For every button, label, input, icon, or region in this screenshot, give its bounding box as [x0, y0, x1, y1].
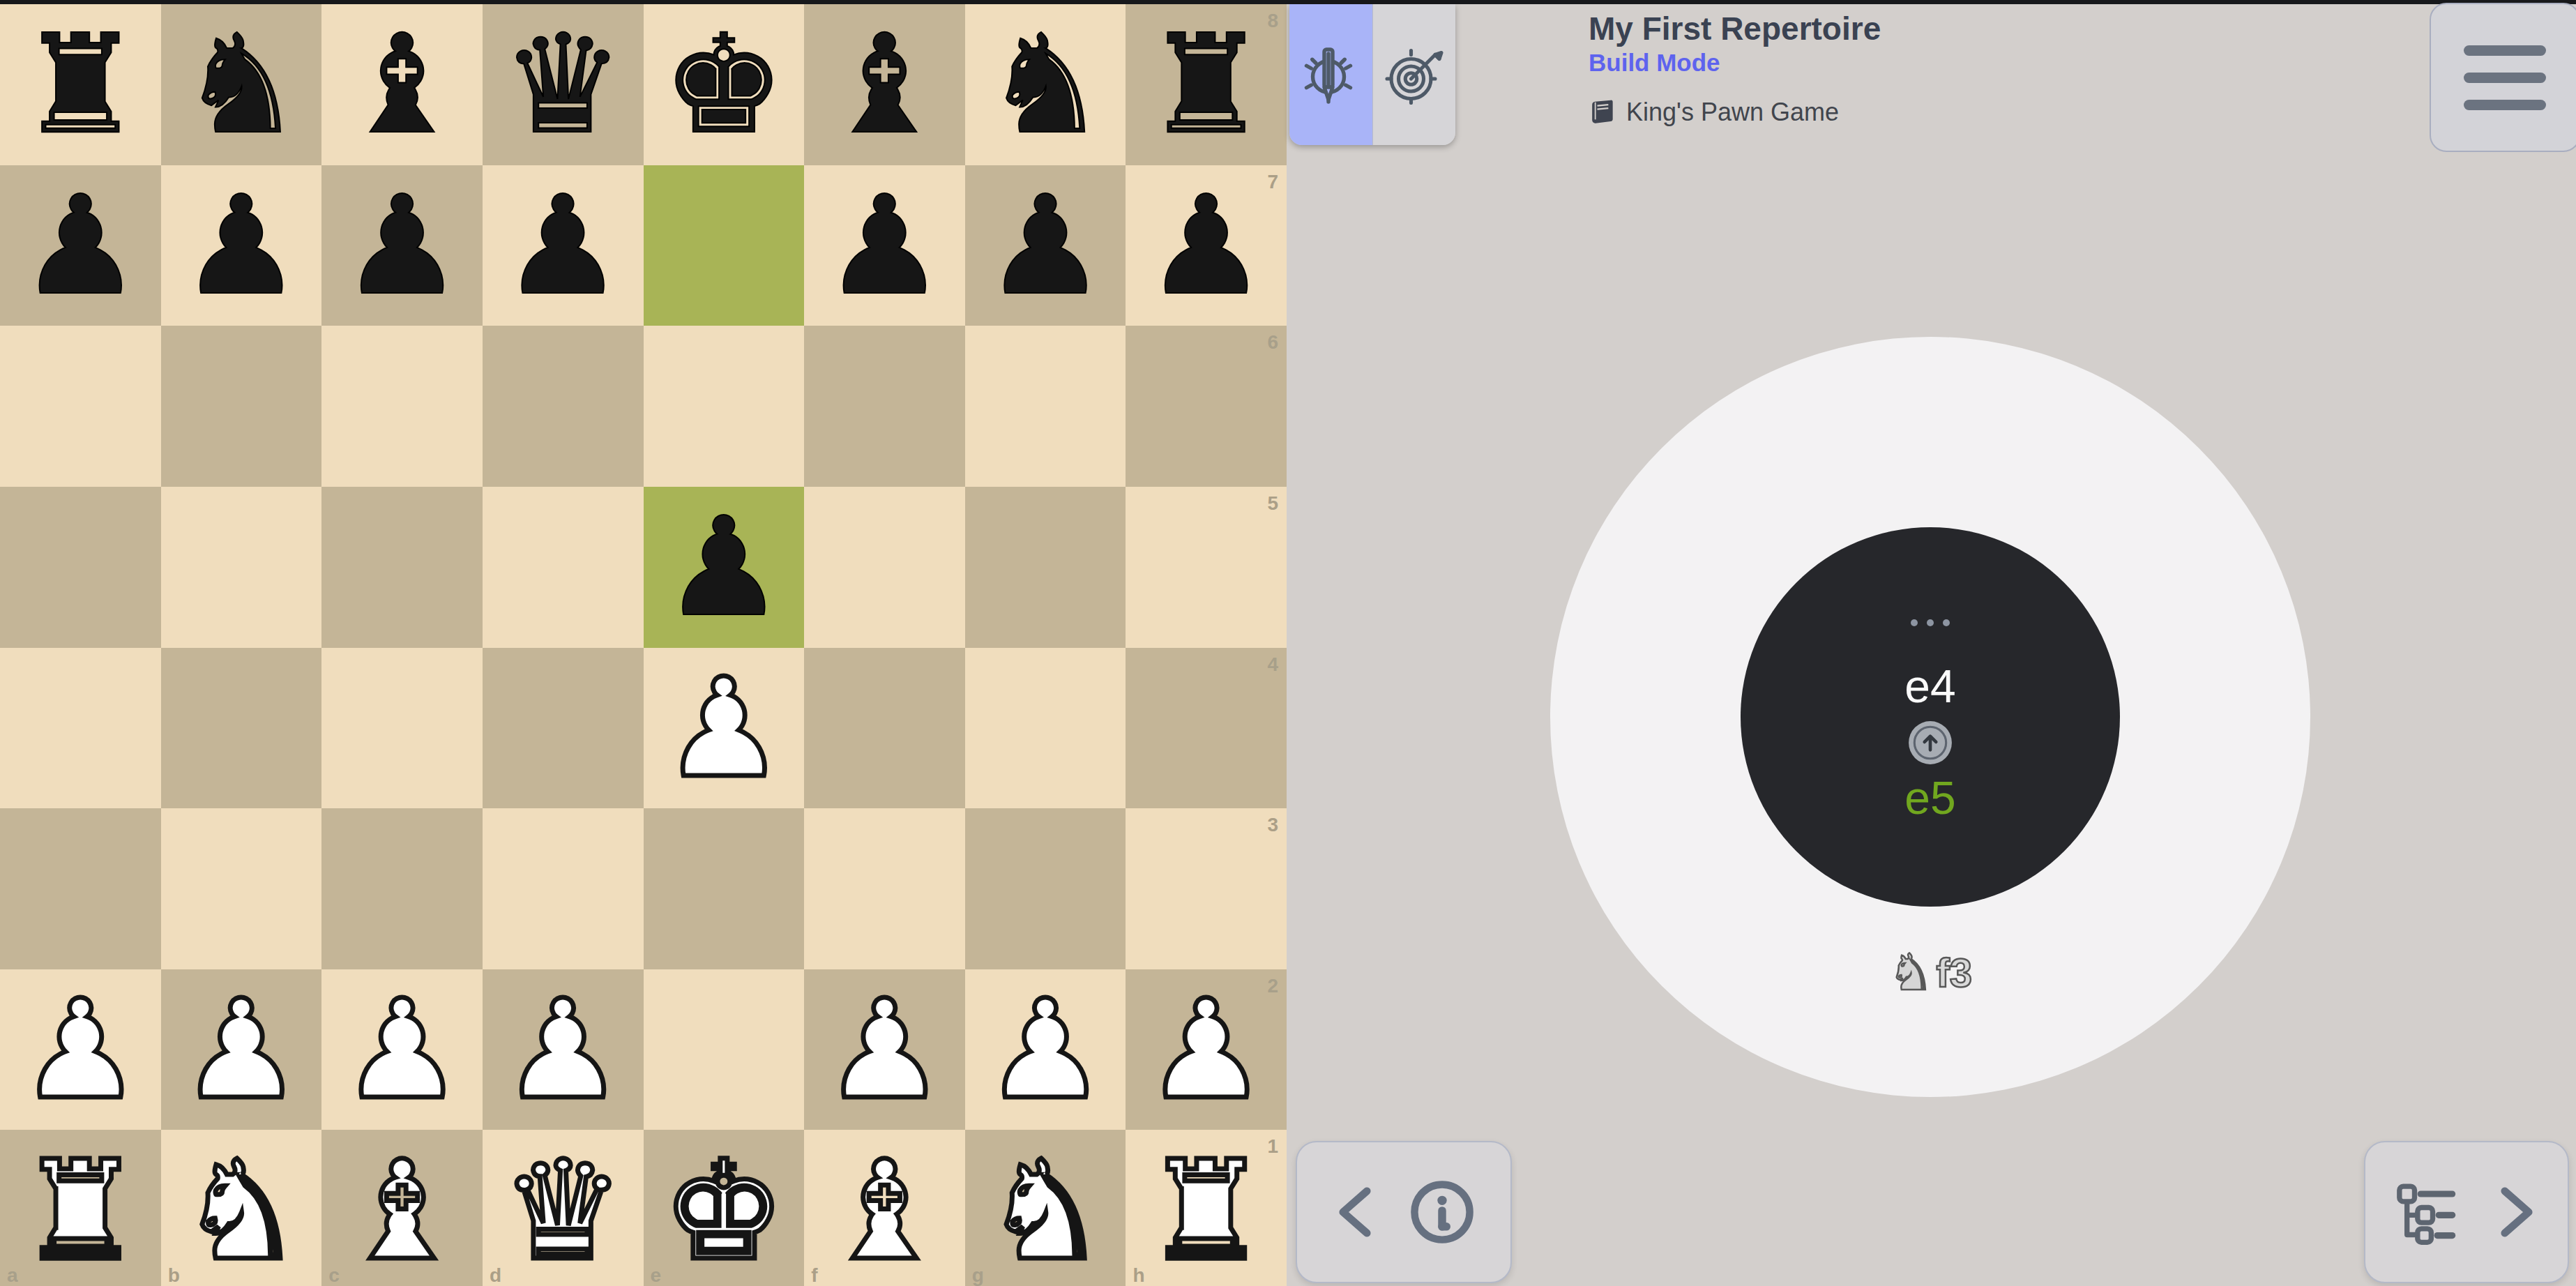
build-mode-button[interactable]: [1289, 4, 1372, 145]
square-e4[interactable]: ♟: [644, 648, 805, 809]
white-move-label[interactable]: e4: [1904, 660, 1955, 713]
rank-label-3: 3: [1267, 814, 1278, 836]
rank-label-8: 8: [1267, 10, 1278, 32]
square-c4[interactable]: [321, 648, 483, 809]
previous-moves-ellipsis[interactable]: [1911, 619, 1950, 626]
target-arrow-icon: [1381, 41, 1448, 108]
black-piece-b8: ♞: [180, 16, 303, 153]
file-label-a: a: [7, 1264, 18, 1286]
opening-row: King's Pawn Game: [1589, 98, 1839, 127]
square-h4[interactable]: 4: [1126, 648, 1287, 809]
file-label-h: h: [1132, 1264, 1144, 1286]
square-g3[interactable]: [965, 808, 1126, 969]
square-g2[interactable]: ♟: [965, 969, 1126, 1130]
black-piece-e5: ♟: [662, 499, 785, 635]
black-piece-b7: ♟: [180, 177, 303, 314]
square-g6[interactable]: [965, 326, 1126, 487]
square-d7[interactable]: ♟: [483, 165, 644, 326]
rank-label-6: 6: [1267, 331, 1278, 354]
square-a2[interactable]: ♟: [0, 969, 161, 1130]
file-label-e: e: [651, 1264, 662, 1286]
mode-label: Build Mode: [1589, 49, 1720, 77]
square-h7[interactable]: ♟7: [1126, 165, 1287, 326]
file-label-b: b: [168, 1264, 180, 1286]
rank-label-5: 5: [1267, 492, 1278, 515]
mode-toggle: [1289, 4, 1455, 145]
hamburger-icon: [2464, 45, 2546, 110]
square-e3[interactable]: [644, 808, 805, 969]
square-e7[interactable]: [644, 165, 805, 326]
square-f6[interactable]: [804, 326, 965, 487]
rank-label-7: 7: [1267, 171, 1278, 193]
white-piece-h2: ♟: [1145, 981, 1268, 1118]
white-piece-f1: ♝: [824, 1142, 946, 1279]
opening-name: King's Pawn Game: [1626, 98, 1839, 127]
chevron-right-icon[interactable]: [2492, 1182, 2541, 1242]
square-a4[interactable]: [0, 648, 161, 809]
file-label-f: f: [811, 1264, 817, 1286]
square-b4[interactable]: [161, 648, 322, 809]
square-g8[interactable]: ♞: [965, 4, 1126, 165]
square-c8[interactable]: ♝: [321, 4, 483, 165]
black-piece-c8: ♝: [341, 16, 464, 153]
square-d4[interactable]: [483, 648, 644, 809]
square-c1[interactable]: ♝c: [321, 1130, 483, 1286]
square-a6[interactable]: [0, 326, 161, 487]
square-f5[interactable]: [804, 487, 965, 648]
square-b7[interactable]: ♟: [161, 165, 322, 326]
square-d6[interactable]: [483, 326, 644, 487]
square-g1[interactable]: ♞g: [965, 1130, 1126, 1286]
square-e2[interactable]: [644, 969, 805, 1130]
black-piece-d7: ♟: [501, 177, 624, 314]
white-piece-c1: ♝: [341, 1142, 464, 1279]
square-e8[interactable]: ♚: [644, 4, 805, 165]
square-c6[interactable]: [321, 326, 483, 487]
practice-mode-button[interactable]: [1372, 4, 1456, 145]
square-b1[interactable]: ♞b: [161, 1130, 322, 1286]
square-f7[interactable]: ♟: [804, 165, 965, 326]
square-a8[interactable]: ♜: [0, 4, 161, 165]
square-h6[interactable]: 6: [1126, 326, 1287, 487]
square-b2[interactable]: ♟: [161, 969, 322, 1130]
white-piece-d1: ♛: [501, 1142, 624, 1279]
white-piece-d2: ♟: [501, 981, 624, 1118]
repertoire-title: My First Repertoire: [1589, 10, 1881, 47]
square-f1[interactable]: ♝f: [804, 1130, 965, 1286]
square-c5[interactable]: [321, 487, 483, 648]
square-g7[interactable]: ♟: [965, 165, 1126, 326]
square-b3[interactable]: [161, 808, 322, 969]
book-icon: [1589, 98, 1616, 126]
white-knight-icon: ♞: [1888, 947, 1934, 997]
file-label-d: d: [490, 1264, 501, 1286]
square-a1[interactable]: ♜a: [0, 1130, 161, 1286]
white-piece-g2: ♟: [984, 981, 1107, 1118]
menu-button[interactable]: [2430, 3, 2576, 152]
square-b6[interactable]: [161, 326, 322, 487]
black-piece-g8: ♞: [984, 16, 1107, 153]
white-piece-g1: ♞: [984, 1142, 1107, 1279]
nav-left-pill: [1296, 1141, 1512, 1283]
tree-icon[interactable]: [2392, 1176, 2464, 1248]
square-h8[interactable]: ♜8: [1126, 4, 1287, 165]
chevron-left-icon[interactable]: [1331, 1182, 1379, 1242]
square-e1[interactable]: ♚e: [644, 1130, 805, 1286]
square-b5[interactable]: [161, 487, 322, 648]
square-c3[interactable]: [321, 808, 483, 969]
black-piece-d8: ♛: [501, 16, 624, 153]
square-f3[interactable]: [804, 808, 965, 969]
white-piece-b1: ♞: [180, 1142, 303, 1279]
square-a5[interactable]: [0, 487, 161, 648]
square-c7[interactable]: ♟: [321, 165, 483, 326]
info-icon[interactable]: [1407, 1177, 1477, 1247]
square-a7[interactable]: ♟: [0, 165, 161, 326]
gear-pencil-icon: [1297, 41, 1364, 108]
rank-label-4: 4: [1267, 653, 1278, 676]
square-d8[interactable]: ♛: [483, 4, 644, 165]
black-piece-a8: ♜: [19, 16, 142, 153]
square-g4[interactable]: [965, 648, 1126, 809]
square-d1[interactable]: ♛d: [483, 1130, 644, 1286]
black-piece-g7: ♟: [984, 177, 1107, 314]
suggested-move-san: f3: [1936, 949, 1972, 996]
nav-right-pill: [2364, 1141, 2569, 1283]
square-e6[interactable]: [644, 326, 805, 487]
white-piece-e1: ♚: [662, 1142, 785, 1279]
square-d5[interactable]: [483, 487, 644, 648]
file-label-g: g: [972, 1264, 984, 1286]
square-h2[interactable]: ♟2: [1126, 969, 1287, 1130]
arrow-up-circle-icon[interactable]: [1907, 720, 1953, 769]
file-label-c: c: [328, 1264, 340, 1286]
square-f4[interactable]: [804, 648, 965, 809]
black-piece-c7: ♟: [341, 177, 464, 314]
white-piece-a2: ♟: [19, 981, 142, 1118]
white-piece-c2: ♟: [341, 981, 464, 1118]
square-b8[interactable]: ♞: [161, 4, 322, 165]
white-piece-f2: ♟: [824, 981, 946, 1118]
white-piece-h1: ♜: [1145, 1142, 1268, 1279]
square-h1[interactable]: ♜1h: [1126, 1130, 1287, 1286]
repertoire-panel: My First Repertoire Build Mode King's Pa…: [1287, 4, 2576, 1286]
white-piece-a1: ♜: [19, 1142, 142, 1279]
square-h5[interactable]: 5: [1126, 487, 1287, 648]
square-f8[interactable]: ♝: [804, 4, 965, 165]
chess-board[interactable]: ♜♞♝♛♚♝♞♜8♟♟♟♟♟♟♟76♟5♟43♟♟♟♟♟♟♟2♜a♞b♝c♛d♚…: [0, 4, 1287, 1286]
square-g5[interactable]: [965, 487, 1126, 648]
black-piece-f8: ♝: [824, 16, 946, 153]
square-c2[interactable]: ♟: [321, 969, 483, 1130]
square-h3[interactable]: 3: [1126, 808, 1287, 969]
square-a3[interactable]: [0, 808, 161, 969]
black-move-label[interactable]: e5: [1904, 771, 1955, 824]
rank-label-2: 2: [1267, 975, 1278, 997]
square-e5[interactable]: ♟: [644, 487, 805, 648]
black-piece-f7: ♟: [824, 177, 946, 314]
black-piece-e8: ♚: [662, 16, 785, 153]
black-piece-h8: ♜: [1145, 16, 1268, 153]
rank-label-1: 1: [1267, 1135, 1278, 1158]
square-d3[interactable]: [483, 808, 644, 969]
square-f2[interactable]: ♟: [804, 969, 965, 1130]
black-piece-h7: ♟: [1145, 177, 1268, 314]
square-d2[interactable]: ♟: [483, 969, 644, 1130]
suggested-move[interactable]: ♞ f3: [1888, 947, 1972, 997]
current-line-circle: e4 e5: [1741, 527, 2120, 907]
black-piece-a7: ♟: [19, 177, 142, 314]
white-piece-b2: ♟: [180, 981, 303, 1118]
white-piece-e4: ♟: [662, 660, 785, 796]
